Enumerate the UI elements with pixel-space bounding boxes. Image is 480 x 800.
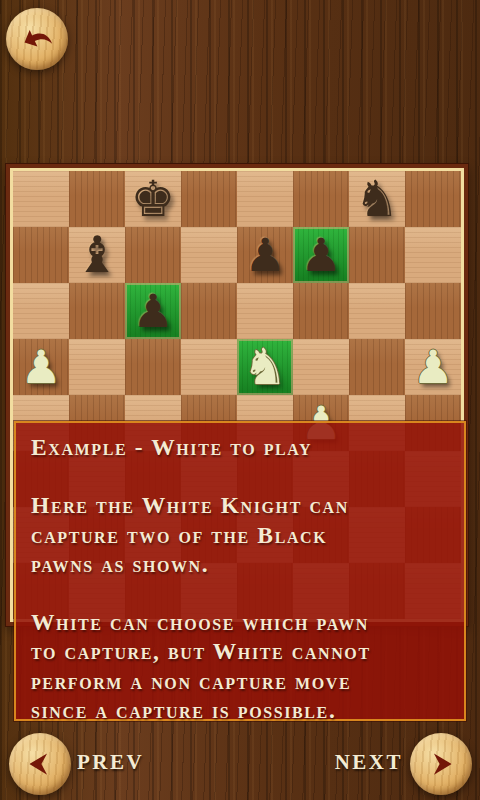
square-e5[interactable]: ♞ xyxy=(237,339,293,395)
square-f8[interactable] xyxy=(293,171,349,227)
square-b8[interactable] xyxy=(69,171,125,227)
square-b7[interactable]: ♝ xyxy=(69,227,125,283)
square-c8[interactable]: ♚ xyxy=(125,171,181,227)
square-d5[interactable] xyxy=(181,339,237,395)
left-arrow-icon xyxy=(23,747,57,781)
panel-text-line: to capture, but White cannot xyxy=(31,637,449,666)
square-a5[interactable]: ♟ xyxy=(13,339,69,395)
undo-arrow-icon xyxy=(20,22,54,56)
square-d7[interactable] xyxy=(181,227,237,283)
square-g6[interactable] xyxy=(349,283,405,339)
right-arrow-icon xyxy=(424,747,458,781)
square-e8[interactable] xyxy=(237,171,293,227)
panel-text-line: White can choose which pawn xyxy=(31,608,449,637)
square-b6[interactable] xyxy=(69,283,125,339)
piece-black-pawn: ♟ xyxy=(300,227,341,283)
square-f7[interactable]: ♟ xyxy=(293,227,349,283)
square-a7[interactable] xyxy=(13,227,69,283)
prev-button[interactable] xyxy=(9,733,71,795)
piece-black-bishop: ♝ xyxy=(75,227,120,283)
piece-black-pawn: ♟ xyxy=(244,227,285,283)
piece-white-knight: ♞ xyxy=(243,339,288,395)
square-e7[interactable]: ♟ xyxy=(237,227,293,283)
panel-text-line: capture two of the Black xyxy=(31,521,449,550)
panel-text-line: pawns as shown. xyxy=(31,550,449,579)
piece-black-knight: ♞ xyxy=(355,171,400,227)
square-h6[interactable] xyxy=(405,283,461,339)
square-f6[interactable] xyxy=(293,283,349,339)
piece-white-pawn: ♟ xyxy=(20,339,61,395)
panel-text-line: Here the White Knight can xyxy=(31,491,449,520)
app-screen: ♚♞♝♟♟♟♟♞♟♟ Example - White to play Here … xyxy=(0,0,480,800)
panel-text-line: since a capture is possible. xyxy=(31,696,449,725)
square-g8[interactable]: ♞ xyxy=(349,171,405,227)
square-b5[interactable] xyxy=(69,339,125,395)
square-f5[interactable] xyxy=(293,339,349,395)
square-a6[interactable] xyxy=(13,283,69,339)
panel-text-line: perform a non capture move xyxy=(31,667,449,696)
square-e6[interactable] xyxy=(237,283,293,339)
piece-black-king: ♚ xyxy=(131,171,176,227)
piece-white-pawn: ♟ xyxy=(412,339,453,395)
piece-black-pawn: ♟ xyxy=(132,283,173,339)
square-d6[interactable] xyxy=(181,283,237,339)
square-g7[interactable] xyxy=(349,227,405,283)
next-label[interactable]: NEXT xyxy=(335,750,403,775)
square-h7[interactable] xyxy=(405,227,461,283)
prev-label[interactable]: PREV xyxy=(77,750,144,775)
square-d8[interactable] xyxy=(181,171,237,227)
square-g5[interactable] xyxy=(349,339,405,395)
tutorial-panel: Example - White to play Here the White K… xyxy=(14,421,466,721)
spacer xyxy=(31,579,449,608)
square-c6[interactable]: ♟ xyxy=(125,283,181,339)
square-h5[interactable]: ♟ xyxy=(405,339,461,395)
next-button[interactable] xyxy=(410,733,472,795)
square-a8[interactable] xyxy=(13,171,69,227)
spacer xyxy=(31,462,449,491)
square-c5[interactable] xyxy=(125,339,181,395)
square-h8[interactable] xyxy=(405,171,461,227)
square-c7[interactable] xyxy=(125,227,181,283)
back-button[interactable] xyxy=(6,8,68,70)
panel-title: Example - White to play xyxy=(31,433,449,462)
